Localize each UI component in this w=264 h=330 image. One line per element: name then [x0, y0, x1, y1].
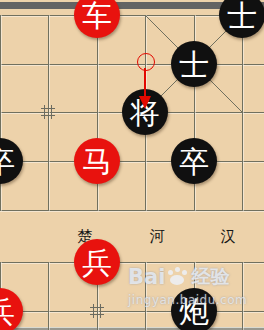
- point-marker: [41, 105, 55, 119]
- piece-black-advisor-e1[interactable]: 士: [171, 41, 217, 87]
- watermark-brand: Bai 经验: [128, 264, 247, 290]
- watermark-brand-suffix: 经验: [191, 264, 229, 290]
- xiangqi-board[interactable]: 楚 河 汉 车 士 士 将 卒 马 卒 兵 兵 炮 Bai 经验 jingyan…: [0, 0, 264, 330]
- move-arrow-line: [144, 68, 146, 97]
- piece-red-soldier-c5[interactable]: 兵: [74, 239, 120, 285]
- baidu-watermark: Bai 经验 jingyan.baidu.com: [128, 264, 247, 307]
- river-label: 河: [146, 228, 168, 245]
- watermark-brand-prefix: Bai: [128, 265, 165, 289]
- piece-red-horse-c3[interactable]: 马: [74, 138, 120, 184]
- paw-icon: [166, 267, 188, 287]
- watermark-url: jingyan.baidu.com: [128, 293, 247, 307]
- point-marker: [90, 304, 104, 318]
- piece-black-soldier-e3[interactable]: 卒: [171, 138, 217, 184]
- move-arrow-head-icon: [139, 96, 151, 109]
- river-label: 汉: [217, 228, 239, 245]
- move-origin-ring: [137, 53, 155, 71]
